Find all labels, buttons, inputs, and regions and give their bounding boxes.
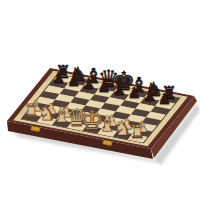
piece-black-pawn: ♟ xyxy=(127,86,142,101)
piece-black-pawn: ♟ xyxy=(96,80,111,95)
piece-black-pawn: ♟ xyxy=(81,77,96,92)
piece-black-pawn: ♟ xyxy=(66,74,81,89)
piece-black-pawn: ♟ xyxy=(142,89,157,104)
square-h1: ♜ xyxy=(128,134,148,143)
chess-set-photo: ♜♞♝♛♚♝♞♜♟♟♟♟♟♟♟♟♟♟♟♟♟♟♟♟♜♞♝♛♚♝♞♜ xyxy=(0,0,200,200)
piece-black-pawn: ♟ xyxy=(51,71,66,86)
piece-black-pawn: ♟ xyxy=(157,92,172,107)
piece-black-pawn: ♟ xyxy=(112,83,127,98)
piece-white-rook: ♜ xyxy=(128,123,146,141)
